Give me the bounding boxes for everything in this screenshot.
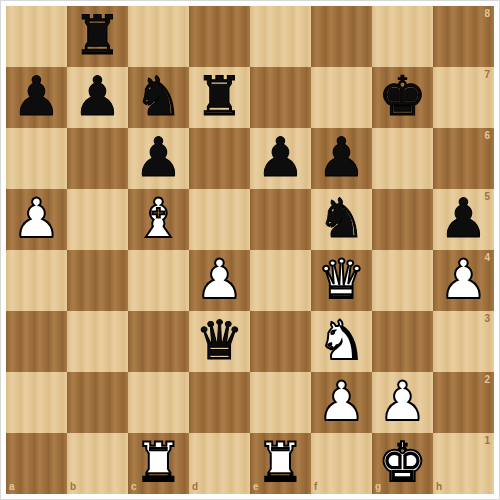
piece-black-pawn[interactable]: ♟ <box>439 192 487 246</box>
square-e6[interactable]: ♟ <box>250 128 311 189</box>
square-a6[interactable] <box>6 128 67 189</box>
square-e1[interactable]: ♜e <box>250 433 311 494</box>
square-g1[interactable]: ♚g <box>372 433 433 494</box>
square-f6[interactable]: ♟ <box>311 128 372 189</box>
square-g3[interactable] <box>372 311 433 372</box>
chess-board: ♜8♟♟♞♜♚7♟♟♟6♟♝♞♟5♟♛♟4♛♞3♟♟2ab♜cd♜ef♚g1h <box>6 6 494 494</box>
square-c1[interactable]: ♜c <box>128 433 189 494</box>
square-c8[interactable] <box>128 6 189 67</box>
square-h5[interactable]: ♟5 <box>433 189 494 250</box>
square-g4[interactable] <box>372 250 433 311</box>
piece-white-pawn[interactable]: ♟ <box>317 375 365 429</box>
piece-black-knight[interactable]: ♞ <box>134 70 182 124</box>
square-h7[interactable]: 7 <box>433 67 494 128</box>
square-f2[interactable]: ♟ <box>311 372 372 433</box>
file-label-a: a <box>9 482 15 492</box>
piece-white-knight[interactable]: ♞ <box>317 314 365 368</box>
piece-black-rook[interactable]: ♜ <box>195 70 243 124</box>
square-b1[interactable]: b <box>67 433 128 494</box>
square-f5[interactable]: ♞ <box>311 189 372 250</box>
square-b8[interactable]: ♜ <box>67 6 128 67</box>
piece-white-pawn[interactable]: ♟ <box>439 253 487 307</box>
piece-white-pawn[interactable]: ♟ <box>12 192 60 246</box>
piece-white-rook[interactable]: ♜ <box>256 436 304 490</box>
square-c4[interactable] <box>128 250 189 311</box>
square-a8[interactable] <box>6 6 67 67</box>
square-d7[interactable]: ♜ <box>189 67 250 128</box>
rank-label-6: 6 <box>484 131 490 141</box>
square-h4[interactable]: ♟4 <box>433 250 494 311</box>
piece-black-pawn[interactable]: ♟ <box>134 131 182 185</box>
square-e3[interactable] <box>250 311 311 372</box>
rank-label-8: 8 <box>484 9 490 19</box>
piece-black-pawn[interactable]: ♟ <box>73 70 121 124</box>
piece-black-rook[interactable]: ♜ <box>73 9 121 63</box>
rank-label-2: 2 <box>484 375 490 385</box>
square-b7[interactable]: ♟ <box>67 67 128 128</box>
square-h3[interactable]: 3 <box>433 311 494 372</box>
piece-white-pawn[interactable]: ♟ <box>195 253 243 307</box>
square-c6[interactable]: ♟ <box>128 128 189 189</box>
square-e8[interactable] <box>250 6 311 67</box>
square-b6[interactable] <box>67 128 128 189</box>
square-a1[interactable]: a <box>6 433 67 494</box>
piece-white-bishop[interactable]: ♝ <box>134 192 182 246</box>
square-e2[interactable] <box>250 372 311 433</box>
square-d2[interactable] <box>189 372 250 433</box>
square-d3[interactable]: ♛ <box>189 311 250 372</box>
square-f7[interactable] <box>311 67 372 128</box>
square-a5[interactable]: ♟ <box>6 189 67 250</box>
square-h1[interactable]: 1h <box>433 433 494 494</box>
square-g6[interactable] <box>372 128 433 189</box>
square-d4[interactable]: ♟ <box>189 250 250 311</box>
square-a4[interactable] <box>6 250 67 311</box>
rank-label-1: 1 <box>484 436 490 446</box>
rank-label-3: 3 <box>484 314 490 324</box>
square-g8[interactable] <box>372 6 433 67</box>
square-b2[interactable] <box>67 372 128 433</box>
square-c3[interactable] <box>128 311 189 372</box>
square-h8[interactable]: 8 <box>433 6 494 67</box>
piece-white-rook[interactable]: ♜ <box>134 436 182 490</box>
square-f3[interactable]: ♞ <box>311 311 372 372</box>
square-d6[interactable] <box>189 128 250 189</box>
square-a7[interactable]: ♟ <box>6 67 67 128</box>
square-e5[interactable] <box>250 189 311 250</box>
square-d8[interactable] <box>189 6 250 67</box>
file-label-f: f <box>314 482 317 492</box>
square-c2[interactable] <box>128 372 189 433</box>
piece-black-knight[interactable]: ♞ <box>317 192 365 246</box>
square-e4[interactable] <box>250 250 311 311</box>
rank-label-7: 7 <box>484 70 490 80</box>
square-c5[interactable]: ♝ <box>128 189 189 250</box>
square-d5[interactable] <box>189 189 250 250</box>
piece-black-king[interactable]: ♚ <box>378 70 426 124</box>
square-f8[interactable] <box>311 6 372 67</box>
piece-black-pawn[interactable]: ♟ <box>317 131 365 185</box>
square-b4[interactable] <box>67 250 128 311</box>
square-c7[interactable]: ♞ <box>128 67 189 128</box>
square-g5[interactable] <box>372 189 433 250</box>
square-a3[interactable] <box>6 311 67 372</box>
piece-black-queen[interactable]: ♛ <box>195 314 243 368</box>
square-b5[interactable] <box>67 189 128 250</box>
file-label-b: b <box>70 482 76 492</box>
square-f1[interactable]: f <box>311 433 372 494</box>
piece-black-pawn[interactable]: ♟ <box>256 131 304 185</box>
square-e7[interactable] <box>250 67 311 128</box>
square-h2[interactable]: 2 <box>433 372 494 433</box>
square-a2[interactable] <box>6 372 67 433</box>
square-h6[interactable]: 6 <box>433 128 494 189</box>
file-label-d: d <box>192 482 198 492</box>
piece-white-queen[interactable]: ♛ <box>317 253 365 307</box>
piece-white-king[interactable]: ♚ <box>378 436 426 490</box>
piece-white-pawn[interactable]: ♟ <box>378 375 426 429</box>
square-g2[interactable]: ♟ <box>372 372 433 433</box>
square-d1[interactable]: d <box>189 433 250 494</box>
piece-black-pawn[interactable]: ♟ <box>12 70 60 124</box>
square-b3[interactable] <box>67 311 128 372</box>
file-label-h: h <box>436 482 442 492</box>
square-f4[interactable]: ♛ <box>311 250 372 311</box>
board-frame: ♜8♟♟♞♜♚7♟♟♟6♟♝♞♟5♟♛♟4♛♞3♟♟2ab♜cd♜ef♚g1h <box>0 0 500 500</box>
square-g7[interactable]: ♚ <box>372 67 433 128</box>
